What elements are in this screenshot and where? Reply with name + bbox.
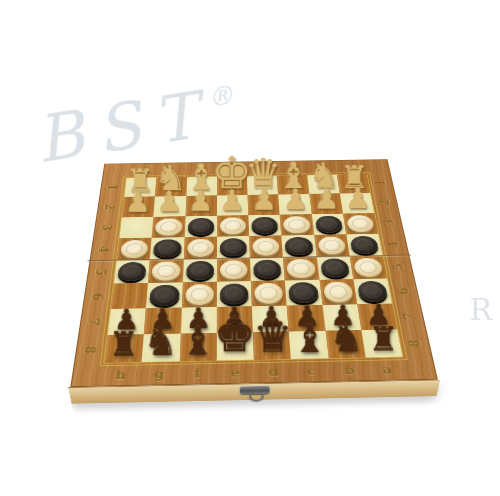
- dark-queen-d8[interactable]: ♛: [253, 315, 292, 359]
- square-g2[interactable]: ♟: [154, 196, 186, 216]
- dark-draughts-disc-c4[interactable]: [285, 237, 314, 256]
- coordinate-label: 7: [78, 309, 110, 336]
- square-b3[interactable]: [311, 213, 346, 234]
- square-f3[interactable]: [184, 216, 216, 238]
- dark-draughts-disc-b5[interactable]: [320, 258, 350, 278]
- dark-king-e8[interactable]: ♚: [214, 312, 256, 359]
- square-a4[interactable]: [346, 234, 383, 257]
- light-draughts-disc-c5[interactable]: [286, 259, 315, 279]
- square-d2[interactable]: ♟: [248, 195, 280, 215]
- dark-knight-b8[interactable]: ♞: [330, 319, 364, 357]
- dark-knight-g8[interactable]: ♞: [144, 323, 178, 361]
- light-draughts-disc-e5[interactable]: [220, 260, 248, 280]
- square-b5[interactable]: [316, 256, 353, 280]
- square-e5[interactable]: [217, 258, 251, 282]
- coordinate-label: a: [366, 358, 408, 382]
- light-pawn-g2[interactable]: ♟: [157, 187, 183, 215]
- dark-draughts-disc-d5[interactable]: [253, 260, 282, 280]
- coordinate-label: 3: [93, 217, 121, 239]
- dark-bishop-f8[interactable]: ♝: [181, 322, 215, 360]
- dark-draughts-disc-d3[interactable]: [251, 216, 278, 234]
- coordinate-label: d: [254, 360, 293, 384]
- coordinate-label: 6: [388, 278, 420, 303]
- square-h3[interactable]: [119, 217, 153, 239]
- light-draughts-disc-f4[interactable]: [187, 238, 214, 257]
- dark-draughts-disc-h5[interactable]: [117, 262, 147, 282]
- light-pawn-e2[interactable]: ♟: [220, 186, 246, 214]
- coordinate-label: e: [216, 361, 255, 385]
- dark-rook-a8[interactable]: ♜: [369, 323, 399, 357]
- square-f8[interactable]: ♝: [179, 333, 216, 361]
- light-draughts-disc-a5[interactable]: [353, 258, 384, 277]
- square-b2[interactable]: ♟: [309, 194, 343, 214]
- dark-rook-h8[interactable]: ♜: [108, 328, 138, 362]
- dark-bishop-c8[interactable]: ♝: [293, 320, 327, 358]
- square-b8[interactable]: ♞: [325, 330, 365, 358]
- square-h5[interactable]: [114, 260, 150, 284]
- square-f2[interactable]: ♟: [185, 196, 217, 216]
- square-f4[interactable]: [183, 236, 216, 259]
- photo-scene: 12345678 12345678 hgfedcba ♜♞♝♚♛♝♞♜♟♟♟♟♟…: [0, 0, 500, 496]
- light-pawn-b2[interactable]: ♟: [314, 185, 339, 213]
- coordinate-label: 2: [371, 192, 399, 212]
- light-draughts-disc-c3[interactable]: [283, 216, 311, 234]
- light-draughts-disc-g5[interactable]: [151, 261, 180, 281]
- clasp-latch-icon: [240, 385, 270, 394]
- light-draughts-disc-a3[interactable]: [346, 215, 375, 233]
- coordinate-label: 5: [384, 255, 415, 279]
- square-g5[interactable]: [148, 259, 183, 283]
- light-draughts-disc-b4[interactable]: [317, 236, 346, 254]
- coordinate-label: c: [291, 359, 331, 383]
- square-g8[interactable]: ♞: [142, 333, 181, 361]
- square-e4[interactable]: [217, 236, 250, 259]
- light-draughts-disc-d4[interactable]: [252, 237, 280, 256]
- light-draughts-disc-g3[interactable]: [155, 218, 182, 236]
- square-h8[interactable]: ♜: [104, 334, 144, 363]
- square-h4[interactable]: [117, 238, 152, 261]
- square-e2[interactable]: ♟: [217, 195, 249, 215]
- coordinate-label: h: [100, 363, 141, 387]
- dark-draughts-disc-a4[interactable]: [349, 236, 379, 254]
- square-d5[interactable]: [250, 257, 285, 281]
- dark-draughts-disc-e4[interactable]: [220, 238, 247, 257]
- square-f5[interactable]: [182, 259, 216, 283]
- square-a2[interactable]: ♟: [340, 193, 375, 213]
- dark-draughts-disc-f5[interactable]: [186, 261, 214, 281]
- square-g4[interactable]: [150, 237, 184, 260]
- coordinate-label: 6: [82, 284, 113, 310]
- square-a5[interactable]: [350, 256, 388, 280]
- light-pawn-a2[interactable]: ♟: [346, 184, 371, 212]
- square-c2[interactable]: ♟: [278, 194, 311, 214]
- square-d3[interactable]: [248, 214, 281, 235]
- coordinate-label: b: [329, 358, 370, 382]
- square-e8[interactable]: ♚: [217, 332, 254, 360]
- squares-grid: ♜♞♝♚♛♝♞♜♟♟♟♟♟♟♟♟♟♟♟♟♟♟♟♟♜♞♝♚♛♝♞♜: [104, 174, 402, 362]
- square-g3[interactable]: [152, 216, 185, 238]
- coordinate-label: g: [139, 362, 179, 386]
- coordinate-label: 3: [375, 212, 404, 233]
- square-c3[interactable]: [280, 214, 314, 235]
- square-e3[interactable]: [217, 215, 249, 237]
- square-d8[interactable]: ♛: [253, 331, 291, 359]
- dark-draughts-disc-b3[interactable]: [314, 215, 342, 233]
- coordinate-label: 2: [96, 197, 123, 218]
- light-draughts-disc-e3[interactable]: [220, 217, 247, 235]
- coordinate-label: f: [178, 361, 217, 385]
- light-pawn-f2[interactable]: ♟: [188, 187, 214, 215]
- coordinate-label: 4: [379, 233, 409, 256]
- coordinate-label: 5: [86, 260, 116, 284]
- coordinate-label: 1: [367, 173, 395, 192]
- square-c4[interactable]: [281, 235, 316, 258]
- light-pawn-h2[interactable]: ♟: [125, 188, 151, 217]
- coordinate-label: 8: [398, 329, 432, 357]
- square-d4[interactable]: [249, 235, 283, 258]
- coordinate-label: 8: [74, 335, 107, 364]
- square-a3[interactable]: [343, 213, 378, 234]
- light-pawn-c2[interactable]: ♟: [283, 185, 308, 213]
- square-c8[interactable]: ♝: [289, 331, 328, 359]
- light-pawn-d2[interactable]: ♟: [251, 186, 276, 214]
- coordinate-label: 4: [90, 238, 119, 261]
- playing-area: ♜♞♝♚♛♝♞♜♟♟♟♟♟♟♟♟♟♟♟♟♟♟♟♟♜♞♝♚♛♝♞♜: [103, 174, 404, 364]
- light-draughts-disc-h4[interactable]: [120, 240, 149, 259]
- square-h2[interactable]: ♟: [122, 197, 155, 218]
- dark-draughts-disc-g4[interactable]: [153, 239, 181, 258]
- board-frame: 12345678 12345678 hgfedcba ♜♞♝♚♛♝♞♜♟♟♟♟♟…: [70, 159, 438, 387]
- product-photo-canvas: BST® R 12345678 12345678 hgfedcba ♜♞♝♚♛♝…: [0, 0, 500, 496]
- coordinate-label: 1: [99, 178, 125, 198]
- square-a8[interactable]: ♜: [361, 329, 402, 357]
- square-c5[interactable]: [283, 257, 319, 281]
- chess-board: 12345678 12345678 hgfedcba ♜♞♝♚♛♝♞♜♟♟♟♟♟…: [70, 159, 438, 387]
- square-b4[interactable]: [314, 234, 350, 257]
- dark-draughts-disc-f3[interactable]: [187, 217, 214, 235]
